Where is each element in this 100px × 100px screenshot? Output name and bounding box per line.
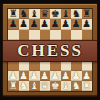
piece-black-bishop: ♝ (30, 9, 39, 19)
piece-white-knight: ♞ (19, 80, 28, 90)
piece-black-king: ♚ (51, 9, 60, 19)
square-e7[interactable]: ♟ (50, 19, 61, 29)
square-a2[interactable]: ♟ (8, 71, 19, 81)
piece-black-knight: ♞ (19, 9, 28, 19)
piece-black-pawn: ♟ (40, 19, 49, 29)
piece-white-pawn: ♟ (82, 70, 91, 80)
square-g8[interactable]: ♞ (71, 9, 82, 19)
square-e8[interactable]: ♚ (50, 9, 61, 19)
square-e6[interactable] (50, 30, 61, 40)
square-a7[interactable]: ♟ (8, 19, 19, 29)
square-a6[interactable] (8, 30, 19, 40)
piece-black-rook: ♜ (82, 9, 91, 19)
square-h1[interactable]: ♜ (82, 81, 93, 91)
square-g7[interactable]: ♟ (71, 19, 82, 29)
square-e1[interactable]: ♚ (50, 81, 61, 91)
square-c8[interactable]: ♝ (29, 9, 40, 19)
piece-black-pawn: ♟ (19, 19, 28, 29)
square-g1[interactable]: ♞ (71, 81, 82, 91)
piece-black-pawn: ♟ (61, 19, 70, 29)
square-c2[interactable]: ♟ (29, 71, 40, 81)
piece-white-rook: ♜ (82, 80, 91, 90)
piece-white-pawn: ♟ (51, 70, 60, 80)
square-c6[interactable] (29, 30, 40, 40)
square-b8[interactable]: ♞ (19, 9, 30, 19)
square-h6[interactable] (82, 30, 93, 40)
piece-white-king: ♚ (51, 80, 60, 90)
piece-white-bishop: ♝ (30, 80, 39, 90)
piece-white-pawn: ♟ (9, 70, 18, 80)
square-f8[interactable]: ♝ (61, 9, 72, 19)
square-d2[interactable]: ♟ (40, 71, 51, 81)
piece-black-queen: ♛ (40, 9, 49, 19)
square-c1[interactable]: ♝ (29, 81, 40, 91)
piece-white-knight: ♞ (72, 80, 81, 90)
piece-white-bishop: ♝ (61, 80, 70, 90)
piece-black-pawn: ♟ (30, 19, 39, 29)
square-d1[interactable]: ♛ (40, 81, 51, 91)
piece-white-rook: ♜ (9, 80, 18, 90)
square-h2[interactable]: ♟ (82, 71, 93, 81)
square-b1[interactable]: ♞ (19, 81, 30, 91)
piece-white-pawn: ♟ (40, 70, 49, 80)
chess-splash-screen: ♜♞♝♛♚♝♞♜♟♟♟♟♟♟♟♟♟♟♟♟♟♟♟♟♜♞♝♛♚♝♞♜ CHESS (0, 0, 100, 100)
square-e2[interactable]: ♟ (50, 71, 61, 81)
square-h8[interactable]: ♜ (82, 9, 93, 19)
square-d7[interactable]: ♟ (40, 19, 51, 29)
square-f2[interactable]: ♟ (61, 71, 72, 81)
title-banner: CHESS (3, 40, 97, 62)
square-b7[interactable]: ♟ (19, 19, 30, 29)
square-a1[interactable]: ♜ (8, 81, 19, 91)
piece-black-pawn: ♟ (9, 19, 18, 29)
square-c7[interactable]: ♟ (29, 19, 40, 29)
piece-white-pawn: ♟ (72, 70, 81, 80)
piece-black-rook: ♜ (9, 9, 18, 19)
piece-white-queen: ♛ (40, 80, 49, 90)
piece-black-bishop: ♝ (61, 9, 70, 19)
square-f7[interactable]: ♟ (61, 19, 72, 29)
square-d8[interactable]: ♛ (40, 9, 51, 19)
game-title: CHESS (17, 41, 83, 61)
piece-black-pawn: ♟ (51, 19, 60, 29)
square-g2[interactable]: ♟ (71, 71, 82, 81)
piece-white-pawn: ♟ (19, 70, 28, 80)
square-f6[interactable] (61, 30, 72, 40)
square-h7[interactable]: ♟ (82, 19, 93, 29)
piece-black-knight: ♞ (72, 9, 81, 19)
square-g6[interactable] (71, 30, 82, 40)
piece-white-pawn: ♟ (30, 70, 39, 80)
square-b2[interactable]: ♟ (19, 71, 30, 81)
square-d6[interactable] (40, 30, 51, 40)
piece-black-pawn: ♟ (72, 19, 81, 29)
piece-white-pawn: ♟ (61, 70, 70, 80)
piece-black-pawn: ♟ (82, 19, 91, 29)
square-b6[interactable] (19, 30, 30, 40)
square-a8[interactable]: ♜ (8, 9, 19, 19)
square-f1[interactable]: ♝ (61, 81, 72, 91)
